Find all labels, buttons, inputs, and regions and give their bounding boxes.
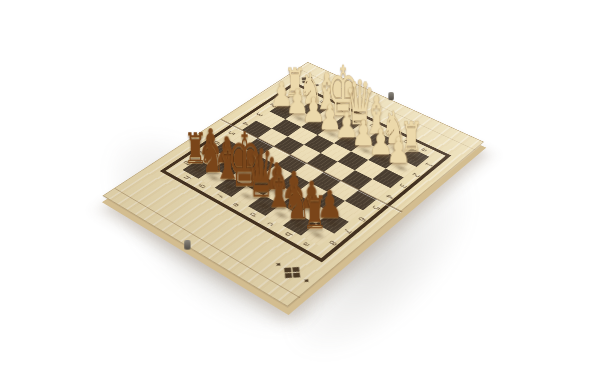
photo-scene: hhggffeeddccbbaa1122334455667788 ✦ ❖ ✦ ✦…: [0, 0, 600, 380]
piece-black-rook-a8[interactable]: ♜: [286, 191, 344, 236]
latch-pin-near: [184, 240, 191, 250]
chess-board-wrap: hhggffeeddccbbaa1122334455667788 ✦ ❖ ✦ ✦…: [102, 62, 484, 307]
piece-white-pawn-a2[interactable]: ♟: [363, 133, 433, 169]
